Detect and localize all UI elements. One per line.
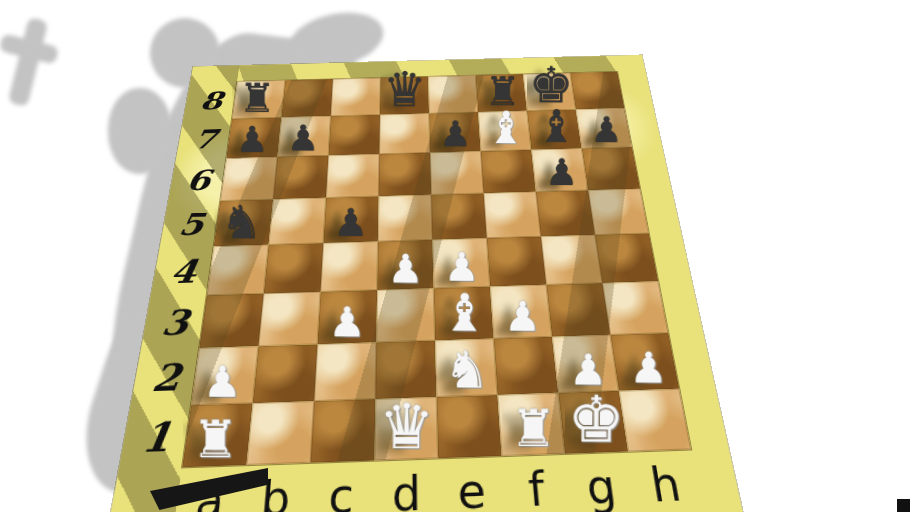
rank-label-5: 5 bbox=[160, 201, 217, 248]
square-d5[interactable] bbox=[378, 195, 432, 242]
board-frame: 87654321 ♜♛♜♚♟♟♟♝♝♟♟♞♟♟♟♟♝♟♟♞♟♟♜♛♜♚ abcd… bbox=[106, 55, 744, 512]
black-pawn-e7[interactable]: ♟ bbox=[430, 116, 481, 152]
rank-label-6: 6 bbox=[168, 158, 223, 202]
file-label-g: g bbox=[565, 456, 638, 512]
file-label-f: f bbox=[502, 458, 572, 512]
square-h8[interactable] bbox=[570, 72, 624, 110]
square-a6[interactable] bbox=[220, 157, 277, 201]
square-c6[interactable] bbox=[326, 154, 379, 198]
white-pawn-d4[interactable]: ♟ bbox=[377, 249, 434, 289]
square-a7[interactable]: ♟ bbox=[226, 117, 281, 158]
square-g4[interactable] bbox=[541, 235, 602, 285]
scene: 87654321 ♜♛♜♚♟♟♟♝♝♟♟♞♟♟♟♟♝♟♟♞♟♟♜♛♜♚ abcd… bbox=[118, 0, 758, 512]
rank-label-8: 8 bbox=[183, 82, 234, 120]
square-h5[interactable] bbox=[588, 189, 649, 235]
square-a5[interactable]: ♞ bbox=[214, 199, 273, 246]
file-label-h: h bbox=[629, 454, 704, 512]
white-rook-f1[interactable]: ♜ bbox=[501, 403, 565, 454]
square-a2[interactable]: ♟ bbox=[191, 346, 258, 405]
white-pawn-h2[interactable]: ♟ bbox=[618, 346, 679, 389]
ground-shadow bbox=[8, 17, 49, 107]
screenshot-canvas: 87654321 ♜♛♜♚♟♟♟♝♝♟♟♞♟♟♟♟♝♟♟♞♟♟♜♛♜♚ abcd… bbox=[0, 0, 910, 512]
square-g3[interactable] bbox=[546, 283, 610, 337]
square-d8[interactable]: ♛ bbox=[380, 77, 429, 115]
black-pawn-h7[interactable]: ♟ bbox=[581, 112, 631, 148]
black-bishop-g7[interactable]: ♝ bbox=[531, 104, 582, 149]
square-c1[interactable] bbox=[311, 399, 376, 463]
black-pawn-b7[interactable]: ♟ bbox=[278, 120, 329, 156]
square-a8[interactable]: ♜ bbox=[232, 80, 285, 118]
square-g1[interactable]: ♚ bbox=[558, 391, 628, 454]
square-b7[interactable]: ♟ bbox=[277, 116, 330, 157]
square-h3[interactable] bbox=[602, 281, 668, 335]
square-a1[interactable]: ♜ bbox=[182, 403, 252, 467]
square-d6[interactable] bbox=[379, 153, 432, 197]
square-c5[interactable]: ♟ bbox=[323, 196, 378, 243]
square-d1[interactable]: ♛ bbox=[374, 397, 438, 461]
white-bishop-e3[interactable]: ♝ bbox=[435, 287, 494, 338]
square-d7[interactable] bbox=[379, 113, 430, 154]
square-g7[interactable]: ♝ bbox=[527, 109, 582, 149]
square-e2[interactable]: ♞ bbox=[435, 339, 497, 397]
black-rook-a8[interactable]: ♜ bbox=[232, 78, 282, 118]
square-f2[interactable] bbox=[494, 337, 559, 395]
square-f7[interactable]: ♝ bbox=[478, 111, 531, 152]
square-b5[interactable] bbox=[269, 198, 326, 245]
square-f5[interactable] bbox=[484, 192, 541, 238]
square-f4[interactable] bbox=[487, 236, 547, 286]
square-e4[interactable]: ♟ bbox=[432, 238, 490, 288]
square-c4[interactable] bbox=[320, 241, 377, 291]
chessboard: 87654321 ♜♛♜♚♟♟♟♝♝♟♟♞♟♟♟♟♝♟♟♞♟♟♜♛♜♚ abcd… bbox=[106, 55, 744, 512]
square-a3[interactable] bbox=[199, 293, 263, 348]
square-e3[interactable]: ♝ bbox=[434, 286, 494, 340]
board-grid: ♜♛♜♚♟♟♟♝♝♟♟♞♟♟♟♟♝♟♟♞♟♟♜♛♜♚ bbox=[182, 72, 691, 468]
square-e7[interactable]: ♟ bbox=[429, 112, 481, 153]
square-b8[interactable] bbox=[281, 79, 332, 117]
black-pawn-a7[interactable]: ♟ bbox=[227, 121, 278, 157]
file-label-c: c bbox=[307, 465, 375, 512]
square-h1[interactable] bbox=[619, 389, 691, 452]
rank-label-3: 3 bbox=[141, 295, 203, 350]
white-pawn-f3[interactable]: ♟ bbox=[493, 296, 552, 337]
square-f6[interactable] bbox=[481, 150, 536, 193]
black-pawn-c5[interactable]: ♟ bbox=[323, 203, 378, 241]
white-rook-a1[interactable]: ♜ bbox=[183, 413, 247, 465]
rank-label-2: 2 bbox=[130, 348, 195, 407]
white-pawn-e4[interactable]: ♟ bbox=[434, 247, 491, 287]
square-g6[interactable]: ♟ bbox=[531, 148, 588, 191]
rank-label-7: 7 bbox=[176, 119, 229, 160]
square-a4[interactable] bbox=[207, 245, 269, 296]
square-b2[interactable] bbox=[253, 344, 318, 403]
square-e1[interactable] bbox=[437, 395, 502, 458]
square-c7[interactable] bbox=[328, 115, 380, 156]
square-b6[interactable] bbox=[273, 155, 328, 199]
square-d3[interactable] bbox=[376, 288, 435, 342]
square-c2[interactable] bbox=[314, 342, 376, 401]
white-pawn-a2[interactable]: ♟ bbox=[191, 360, 253, 403]
square-b4[interactable] bbox=[264, 243, 324, 293]
black-pawn-g6[interactable]: ♟ bbox=[536, 154, 588, 191]
square-f3[interactable]: ♟ bbox=[490, 285, 552, 339]
square-h4[interactable] bbox=[595, 233, 658, 283]
square-c3[interactable]: ♟ bbox=[317, 290, 377, 344]
square-d4[interactable]: ♟ bbox=[377, 240, 434, 290]
white-king-g1[interactable]: ♚ bbox=[564, 387, 627, 451]
square-e6[interactable] bbox=[430, 151, 484, 194]
square-f1[interactable]: ♜ bbox=[497, 393, 565, 456]
square-h7[interactable]: ♟ bbox=[576, 108, 632, 148]
square-b1[interactable] bbox=[246, 401, 314, 465]
white-pawn-c3[interactable]: ♟ bbox=[318, 301, 377, 342]
rank-label-1: 1 bbox=[119, 405, 187, 469]
screen-corner-mark bbox=[897, 499, 910, 512]
square-e8[interactable] bbox=[428, 75, 478, 113]
square-c8[interactable] bbox=[331, 78, 381, 116]
black-knight-a5[interactable]: ♞ bbox=[214, 199, 269, 245]
file-label-d: d bbox=[373, 463, 439, 512]
square-h6[interactable] bbox=[582, 147, 640, 190]
white-queen-d1[interactable]: ♛ bbox=[374, 396, 438, 458]
white-bishop-f7[interactable]: ♝ bbox=[481, 106, 532, 151]
square-b3[interactable] bbox=[258, 292, 320, 346]
square-e5[interactable] bbox=[431, 193, 487, 240]
white-knight-e2[interactable]: ♞ bbox=[436, 344, 497, 395]
file-label-e: e bbox=[438, 461, 506, 512]
square-g5[interactable] bbox=[536, 190, 595, 236]
black-queen-d8[interactable]: ♛ bbox=[380, 66, 429, 115]
